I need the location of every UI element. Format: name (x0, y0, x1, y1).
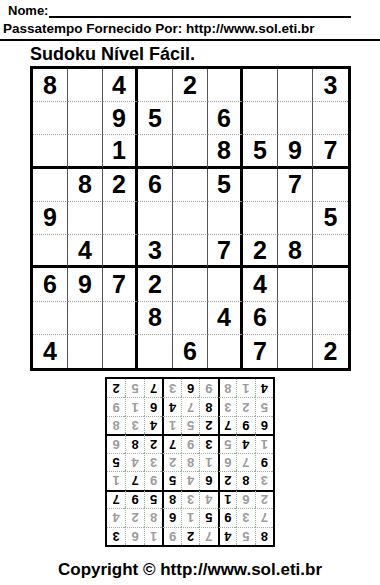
puzzle-cell-r8c5[interactable] (173, 302, 208, 335)
solution-cell-r4c6: 5 (162, 471, 180, 489)
solution-cell-r6c3: 5 (218, 434, 236, 452)
puzzle-cell-r9c4[interactable] (138, 335, 173, 368)
solution-grid: 8547291637395168242614385973826459719761… (105, 377, 275, 547)
puzzle-cell-r6c9[interactable] (313, 235, 348, 268)
solution-cell-r8c6: 4 (162, 397, 180, 415)
puzzle-cell-r3c7[interactable]: 5 (243, 135, 278, 168)
solution-cell-r3c3: 1 (218, 490, 236, 508)
puzzle-cell-r7c5[interactable] (173, 268, 208, 301)
solution-cell-r8c2: 2 (236, 397, 254, 415)
solution-cell-r4c7: 9 (144, 471, 162, 489)
puzzle-cell-r5c8[interactable] (278, 202, 313, 235)
puzzle-cell-r8c2[interactable] (68, 302, 103, 335)
solution-cell-r1c2: 5 (236, 527, 254, 545)
puzzle-cell-r5c5[interactable] (173, 202, 208, 235)
solution-cell-r2c4: 5 (199, 508, 217, 526)
puzzle-cell-r9c6[interactable] (208, 335, 243, 368)
solution-cell-r2c5: 1 (181, 508, 199, 526)
puzzle-cell-r4c1[interactable] (33, 169, 68, 202)
puzzle-cell-r4c8[interactable]: 7 (278, 169, 313, 202)
copyright-text: Copyright © http://www.sol.eti.br (0, 560, 380, 580)
solution-cell-r2c3: 9 (218, 508, 236, 526)
solution-cell-r6c7: 2 (144, 434, 162, 452)
solution-cell-r7c4: 2 (199, 416, 217, 434)
puzzle-cell-r5c4[interactable] (138, 202, 173, 235)
solution-cell-r2c2: 3 (236, 508, 254, 526)
solution-cell-r3c1: 2 (255, 490, 273, 508)
puzzle-cell-r7c9[interactable] (313, 268, 348, 301)
puzzle-cell-r3c9[interactable]: 7 (313, 135, 348, 168)
puzzle-cell-r2c4[interactable]: 5 (138, 102, 173, 135)
puzzle-cell-r2c5[interactable] (173, 102, 208, 135)
puzzle-cell-r5c2[interactable] (68, 202, 103, 235)
solution-cell-r1c4: 7 (199, 527, 217, 545)
solution-cell-r4c3: 2 (218, 471, 236, 489)
provided-by-text: Passatempo Fornecido Por: http://www.sol… (0, 18, 380, 36)
puzzle-cell-r2c3[interactable]: 9 (103, 102, 138, 135)
puzzle-cell-r5c9[interactable]: 5 (313, 202, 348, 235)
puzzle-cell-r3c6[interactable]: 8 (208, 135, 243, 168)
puzzle-cell-r1c1[interactable]: 8 (33, 69, 68, 102)
puzzle-cell-r1c8[interactable] (278, 69, 313, 102)
puzzle-cell-r8c9[interactable] (313, 302, 348, 335)
solution-cell-r2c9: 4 (107, 508, 125, 526)
name-blank-line[interactable] (49, 4, 351, 18)
puzzle-cell-r6c6[interactable]: 7 (208, 235, 243, 268)
solution-cell-r8c3: 3 (218, 397, 236, 415)
solution-cell-r9c6: 3 (162, 379, 180, 397)
puzzle-cell-r4c5[interactable] (173, 169, 208, 202)
solution-cell-r9c8: 5 (125, 379, 143, 397)
solution-cell-r7c6: 1 (162, 416, 180, 434)
solution-cell-r9c5: 6 (181, 379, 199, 397)
puzzle-cell-r7c4[interactable]: 2 (138, 268, 173, 301)
solution-cell-r8c5: 7 (181, 397, 199, 415)
puzzle-cell-r1c9[interactable]: 3 (313, 69, 348, 102)
solution-cell-r4c8: 7 (125, 471, 143, 489)
puzzle-cell-r6c3[interactable] (103, 235, 138, 268)
puzzle-cell-r8c7[interactable]: 6 (243, 302, 278, 335)
puzzle-cell-r2c9[interactable] (313, 102, 348, 135)
solution-cell-r7c1: 6 (255, 416, 273, 434)
puzzle-cell-r9c1[interactable]: 4 (33, 335, 68, 368)
puzzle-cell-r4c2[interactable]: 8 (68, 169, 103, 202)
puzzle-cell-r6c1[interactable] (33, 235, 68, 268)
header-divider (0, 39, 380, 41)
solution-cell-r4c5: 4 (181, 471, 199, 489)
puzzle-cell-r4c7[interactable] (243, 169, 278, 202)
puzzle-cell-r4c9[interactable] (313, 169, 348, 202)
puzzle-cell-r3c3[interactable]: 1 (103, 135, 138, 168)
solution-cell-r4c2: 8 (236, 471, 254, 489)
solution-cell-r8c8: 1 (125, 397, 143, 415)
solution-cell-r6c5: 9 (181, 434, 199, 452)
puzzle-cell-r3c1[interactable] (33, 135, 68, 168)
puzzle-cell-r7c7[interactable]: 4 (243, 268, 278, 301)
puzzle-cell-r7c2[interactable]: 9 (68, 268, 103, 301)
puzzle-cell-r9c5[interactable]: 6 (173, 335, 208, 368)
puzzle-cell-r9c8[interactable] (278, 335, 313, 368)
puzzle-cell-r6c4[interactable]: 3 (138, 235, 173, 268)
solution-cell-r6c4: 3 (199, 434, 217, 452)
solution-cell-r3c4: 4 (199, 490, 217, 508)
solution-cell-r4c4: 6 (199, 471, 217, 489)
puzzle-cell-r5c3[interactable] (103, 202, 138, 235)
solution-cell-r2c1: 7 (255, 508, 273, 526)
puzzle-cell-r9c7[interactable]: 7 (243, 335, 278, 368)
puzzle-cell-r6c8[interactable]: 8 (278, 235, 313, 268)
puzzle-cell-r8c6[interactable]: 4 (208, 302, 243, 335)
puzzle-cell-r3c4[interactable] (138, 135, 173, 168)
puzzle-cell-r9c2[interactable] (68, 335, 103, 368)
solution-cell-r8c1: 5 (255, 397, 273, 415)
solution-cell-r6c6: 7 (162, 434, 180, 452)
solution-cell-r8c9: 9 (107, 397, 125, 415)
puzzle-cell-r8c4[interactable]: 8 (138, 302, 173, 335)
solution-cell-r5c9: 5 (107, 453, 125, 471)
puzzle-cell-r1c7[interactable] (243, 69, 278, 102)
puzzle-cell-r3c5[interactable] (173, 135, 208, 168)
puzzle-grid: 842395618597826579543728697248464672 (30, 66, 351, 371)
solution-cell-r8c7: 6 (144, 397, 162, 415)
solution-cell-r6c1: 1 (255, 434, 273, 452)
name-row: Nome: (0, 0, 380, 18)
solution-cell-r5c4: 1 (199, 453, 217, 471)
puzzle-cell-r3c8[interactable]: 9 (278, 135, 313, 168)
solution-cell-r5c6: 2 (162, 453, 180, 471)
puzzle-cell-r5c7[interactable] (243, 202, 278, 235)
solution-cell-r1c9: 3 (107, 527, 125, 545)
solution-cell-r5c7: 3 (144, 453, 162, 471)
solution-cell-r9c4: 9 (199, 379, 217, 397)
sudoku-sheet: Nome: Passatempo Fornecido Por: http://w… (0, 0, 380, 585)
puzzle-cell-r7c8[interactable] (278, 268, 313, 301)
solution-cell-r1c3: 4 (218, 527, 236, 545)
puzzle-cell-r4c3[interactable]: 2 (103, 169, 138, 202)
puzzle-cell-r4c6[interactable]: 5 (208, 169, 243, 202)
solution-cell-r9c1: 4 (255, 379, 273, 397)
solution-cell-r4c1: 3 (255, 471, 273, 489)
puzzle-cell-r1c2[interactable] (68, 69, 103, 102)
solution-cell-r3c5: 3 (181, 490, 199, 508)
puzzle-cell-r4c4[interactable]: 6 (138, 169, 173, 202)
solution-cell-r7c5: 5 (181, 416, 199, 434)
page-title: Sudoku Nível Fácil. (30, 44, 380, 65)
puzzle-cell-r6c5[interactable] (173, 235, 208, 268)
solution-cell-r2c8: 2 (125, 508, 143, 526)
solution-cell-r3c2: 6 (236, 490, 254, 508)
puzzle-cell-r2c6[interactable]: 6 (208, 102, 243, 135)
solution-cell-r1c7: 1 (144, 527, 162, 545)
puzzle-cell-r2c7[interactable] (243, 102, 278, 135)
solution-cell-r1c1: 8 (255, 527, 273, 545)
puzzle-cell-r2c1[interactable] (33, 102, 68, 135)
puzzle-cell-r1c4[interactable] (138, 69, 173, 102)
solution-cell-r4c9: 1 (107, 471, 125, 489)
solution-cell-r7c2: 9 (236, 416, 254, 434)
solution-cell-r3c7: 5 (144, 490, 162, 508)
solution-cell-r2c6: 6 (162, 508, 180, 526)
puzzle-cell-r7c3[interactable]: 7 (103, 268, 138, 301)
puzzle-cell-r1c3[interactable]: 4 (103, 69, 138, 102)
puzzle-cell-r9c9[interactable]: 2 (313, 335, 348, 368)
puzzle-cell-r8c1[interactable] (33, 302, 68, 335)
solution-cell-r8c4: 8 (199, 397, 217, 415)
solution-cell-r6c8: 8 (125, 434, 143, 452)
solution-cell-r6c9: 6 (107, 434, 125, 452)
solution-cell-r7c8: 3 (125, 416, 143, 434)
puzzle-cell-r3c2[interactable] (68, 135, 103, 168)
solution-cell-r6c2: 4 (236, 434, 254, 452)
solution-cell-r2c7: 8 (144, 508, 162, 526)
solution-cell-r7c9: 8 (107, 416, 125, 434)
solution-cell-r1c6: 9 (162, 527, 180, 545)
puzzle-cell-r9c3[interactable] (103, 335, 138, 368)
puzzle-cell-r1c6[interactable] (208, 69, 243, 102)
solution-cell-r9c7: 7 (144, 379, 162, 397)
puzzle-cell-r6c7[interactable]: 2 (243, 235, 278, 268)
solution-cell-r7c7: 4 (144, 416, 162, 434)
puzzle-cell-r5c6[interactable] (208, 202, 243, 235)
solution-cell-r5c5: 8 (181, 453, 199, 471)
puzzle-cell-r8c8[interactable] (278, 302, 313, 335)
puzzle-cell-r7c1[interactable]: 6 (33, 268, 68, 301)
puzzle-cell-r6c2[interactable]: 4 (68, 235, 103, 268)
puzzle-cell-r7c6[interactable] (208, 268, 243, 301)
name-label: Nome: (8, 4, 48, 18)
solution-cell-r5c3: 6 (218, 453, 236, 471)
puzzle-cell-r8c3[interactable] (103, 302, 138, 335)
solution-cell-r9c3: 8 (218, 379, 236, 397)
solution-cell-r5c8: 4 (125, 453, 143, 471)
solution-cell-r1c5: 2 (181, 527, 199, 545)
solution-cell-r7c3: 7 (218, 416, 236, 434)
solution-cell-r1c8: 6 (125, 527, 143, 545)
puzzle-cell-r2c8[interactable] (278, 102, 313, 135)
puzzle-cell-r5c1[interactable]: 9 (33, 202, 68, 235)
solution-cell-r3c6: 8 (162, 490, 180, 508)
solution-cell-r9c9: 2 (107, 379, 125, 397)
solution-cell-r3c8: 9 (125, 490, 143, 508)
puzzle-cell-r2c2[interactable] (68, 102, 103, 135)
puzzle-cell-r1c5[interactable]: 2 (173, 69, 208, 102)
solution-cell-r5c1: 9 (255, 453, 273, 471)
solution-cell-r5c2: 7 (236, 453, 254, 471)
solution-cell-r9c2: 1 (236, 379, 254, 397)
solution-cell-r3c9: 7 (107, 490, 125, 508)
